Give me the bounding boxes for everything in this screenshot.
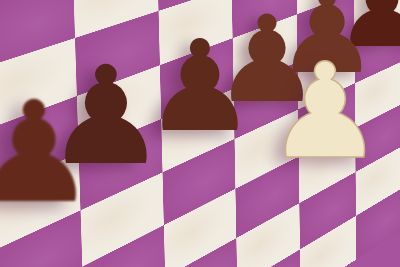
black-pawn-b5[interactable]: ♟ [0, 83, 97, 223]
chessboard-photo: ♟ ♟ ♟ ♟ ♟ ♟ ♟ [0, 0, 400, 267]
pieces-layer: ♟ ♟ ♟ ♟ ♟ ♟ ♟ [0, 0, 400, 267]
white-pawn-f3[interactable]: ♟ [266, 45, 384, 177]
